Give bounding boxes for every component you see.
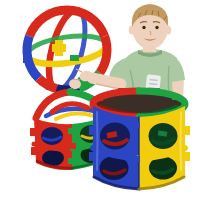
blue-highlight bbox=[97, 112, 98, 170]
forearm bbox=[92, 78, 121, 84]
right-eye bbox=[142, 26, 145, 29]
left-eye bbox=[155, 26, 158, 29]
front-cylinder bbox=[89, 88, 190, 189]
toy-product-photo bbox=[0, 0, 200, 200]
ball-yellow-hub-2 bbox=[55, 40, 63, 56]
back-opening-LT bbox=[41, 127, 63, 145]
yellow-highlight bbox=[181, 112, 182, 170]
ball-green-tab bbox=[70, 55, 79, 61]
photo-canvas bbox=[0, 0, 200, 200]
